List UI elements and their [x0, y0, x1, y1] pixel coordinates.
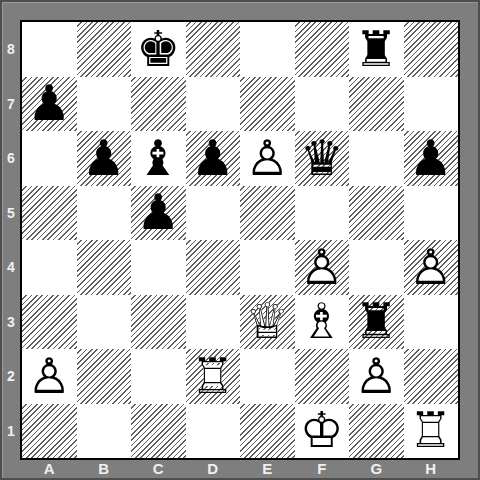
white-rook[interactable]: ♜♖: [404, 404, 459, 459]
chess-board: ♚♜♟♟♝♟♟♙♛♟♟♟♙♟♙♛♕♝♗♜♟♙♜♖♟♙♚♔♜♖: [20, 20, 460, 460]
file-label-d: D: [186, 458, 241, 478]
square-g2[interactable]: ♟♙: [349, 349, 404, 404]
square-d8[interactable]: [186, 22, 241, 77]
white-piece-outline: ♖: [186, 349, 241, 404]
rank-labels: 87654321: [2, 22, 20, 458]
file-label-c: C: [131, 458, 186, 478]
file-label-b: B: [77, 458, 132, 478]
square-c3[interactable]: [131, 295, 186, 350]
file-label-f: F: [295, 458, 350, 478]
square-c7[interactable]: [131, 77, 186, 132]
rank-label-4: 4: [2, 240, 20, 295]
square-g1[interactable]: [349, 404, 404, 459]
square-a2[interactable]: ♟♙: [22, 349, 77, 404]
square-c1[interactable]: [131, 404, 186, 459]
square-f8[interactable]: [295, 22, 350, 77]
board-frame: 87654321 ABCDEFGH ♚♜♟♟♝♟♟♙♛♟♟♟♙♟♙♛♕♝♗♜♟♙…: [0, 0, 480, 480]
square-b1[interactable]: [77, 404, 132, 459]
square-h4[interactable]: ♟♙: [404, 240, 459, 295]
square-a1[interactable]: [22, 404, 77, 459]
black-rook[interactable]: ♜: [349, 295, 404, 350]
white-piece-outline: ♕: [240, 295, 295, 350]
square-g5[interactable]: [349, 186, 404, 241]
black-rook[interactable]: ♜: [349, 22, 404, 77]
square-b8[interactable]: [77, 22, 132, 77]
file-label-h: H: [404, 458, 459, 478]
square-b6[interactable]: ♟: [77, 131, 132, 186]
white-pawn[interactable]: ♟♙: [240, 131, 295, 186]
square-c6[interactable]: ♝: [131, 131, 186, 186]
square-h5[interactable]: [404, 186, 459, 241]
square-e6[interactable]: ♟♙: [240, 131, 295, 186]
square-c5[interactable]: ♟: [131, 186, 186, 241]
square-e3[interactable]: ♛♕: [240, 295, 295, 350]
white-rook[interactable]: ♜♖: [186, 349, 241, 404]
white-piece-outline: ♙: [22, 349, 77, 404]
white-bishop[interactable]: ♝♗: [295, 295, 350, 350]
square-d1[interactable]: [186, 404, 241, 459]
white-piece-outline: ♙: [349, 349, 404, 404]
square-d7[interactable]: [186, 77, 241, 132]
square-b3[interactable]: [77, 295, 132, 350]
white-piece-outline: ♙: [240, 131, 295, 186]
square-f2[interactable]: [295, 349, 350, 404]
square-a8[interactable]: [22, 22, 77, 77]
square-g7[interactable]: [349, 77, 404, 132]
square-f5[interactable]: [295, 186, 350, 241]
white-piece-outline: ♙: [404, 240, 459, 295]
white-pawn[interactable]: ♟♙: [349, 349, 404, 404]
square-a3[interactable]: [22, 295, 77, 350]
square-e4[interactable]: [240, 240, 295, 295]
square-e7[interactable]: [240, 77, 295, 132]
square-e5[interactable]: [240, 186, 295, 241]
square-a7[interactable]: ♟: [22, 77, 77, 132]
black-bishop[interactable]: ♝: [131, 131, 186, 186]
rank-label-8: 8: [2, 22, 20, 77]
black-king[interactable]: ♚: [131, 22, 186, 77]
rank-label-2: 2: [2, 349, 20, 404]
square-e8[interactable]: [240, 22, 295, 77]
white-piece-outline: ♙: [295, 240, 350, 295]
square-g4[interactable]: [349, 240, 404, 295]
square-b4[interactable]: [77, 240, 132, 295]
rank-label-1: 1: [2, 404, 20, 459]
rank-label-5: 5: [2, 186, 20, 241]
black-pawn[interactable]: ♟: [131, 186, 186, 241]
square-d4[interactable]: [186, 240, 241, 295]
square-d5[interactable]: [186, 186, 241, 241]
square-e1[interactable]: [240, 404, 295, 459]
square-f4[interactable]: ♟♙: [295, 240, 350, 295]
rank-label-3: 3: [2, 295, 20, 350]
rank-label-7: 7: [2, 77, 20, 132]
square-g8[interactable]: ♜: [349, 22, 404, 77]
square-d3[interactable]: [186, 295, 241, 350]
square-e2[interactable]: [240, 349, 295, 404]
square-f7[interactable]: [295, 77, 350, 132]
file-label-e: E: [240, 458, 295, 478]
black-pawn[interactable]: ♟: [77, 131, 132, 186]
square-h8[interactable]: [404, 22, 459, 77]
square-c8[interactable]: ♚: [131, 22, 186, 77]
square-h3[interactable]: [404, 295, 459, 350]
file-label-a: A: [22, 458, 77, 478]
white-pawn[interactable]: ♟♙: [404, 240, 459, 295]
square-g6[interactable]: [349, 131, 404, 186]
white-pawn[interactable]: ♟♙: [22, 349, 77, 404]
white-piece-outline: ♗: [295, 295, 350, 350]
square-a6[interactable]: [22, 131, 77, 186]
square-h2[interactable]: [404, 349, 459, 404]
white-king[interactable]: ♚♔: [295, 404, 350, 459]
white-queen[interactable]: ♛♕: [240, 295, 295, 350]
square-b7[interactable]: [77, 77, 132, 132]
square-c2[interactable]: [131, 349, 186, 404]
black-pawn[interactable]: ♟: [186, 131, 241, 186]
square-d2[interactable]: ♜♖: [186, 349, 241, 404]
square-f1[interactable]: ♚♔: [295, 404, 350, 459]
white-piece-outline: ♔: [295, 404, 350, 459]
white-piece-outline: ♖: [404, 404, 459, 459]
rank-label-6: 6: [2, 131, 20, 186]
square-g3[interactable]: ♜: [349, 295, 404, 350]
square-f3[interactable]: ♝♗: [295, 295, 350, 350]
square-a5[interactable]: [22, 186, 77, 241]
white-pawn[interactable]: ♟♙: [295, 240, 350, 295]
black-pawn[interactable]: ♟: [22, 77, 77, 132]
square-h7[interactable]: [404, 77, 459, 132]
square-b2[interactable]: [77, 349, 132, 404]
square-h1[interactable]: ♜♖: [404, 404, 459, 459]
file-label-g: G: [349, 458, 404, 478]
square-a4[interactable]: [22, 240, 77, 295]
square-h6[interactable]: ♟: [404, 131, 459, 186]
square-b5[interactable]: [77, 186, 132, 241]
square-d6[interactable]: ♟: [186, 131, 241, 186]
square-f6[interactable]: ♛: [295, 131, 350, 186]
black-queen[interactable]: ♛: [295, 131, 350, 186]
file-labels: ABCDEFGH: [22, 458, 458, 478]
black-pawn[interactable]: ♟: [404, 131, 459, 186]
square-c4[interactable]: [131, 240, 186, 295]
